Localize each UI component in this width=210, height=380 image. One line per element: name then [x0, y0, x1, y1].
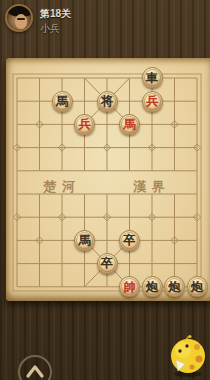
- header-bar: 第18关 小兵: [0, 0, 210, 44]
- app-screen: 第18关 小兵 楚河 漢界 車馬将兵兵馬馬卒卒帥炮炮炮: [0, 0, 210, 380]
- piece-black-chariot[interactable]: 車: [142, 67, 163, 88]
- piece-black-cannon[interactable]: 炮: [142, 276, 163, 297]
- piece-label: 卒: [101, 257, 113, 269]
- piece-black-horse[interactable]: 馬: [74, 230, 95, 251]
- board-intersections: 車馬将兵兵馬馬卒卒帥炮炮炮: [6, 66, 209, 298]
- piece-red-soldier[interactable]: 兵: [74, 114, 95, 135]
- chevron-up-icon: [20, 357, 50, 380]
- chick-mascot-icon[interactable]: [166, 334, 210, 378]
- piece-black-general[interactable]: 将: [97, 91, 118, 112]
- piece-label: 炮: [146, 281, 158, 293]
- collapse-panel-button[interactable]: [18, 355, 52, 380]
- piece-label: 帥: [124, 281, 136, 293]
- avatar-brow: [17, 18, 25, 20]
- piece-label: 馬: [56, 95, 68, 107]
- avatar-face: [15, 14, 27, 29]
- piece-black-soldier[interactable]: 卒: [119, 230, 140, 251]
- piece-label: 馬: [124, 118, 136, 130]
- piece-red-soldier[interactable]: 兵: [142, 91, 163, 112]
- piece-red-general[interactable]: 帥: [119, 276, 140, 297]
- stage-name-label: 小兵: [40, 22, 60, 36]
- piece-label: 兵: [146, 95, 158, 107]
- avatar[interactable]: [5, 4, 33, 32]
- piece-label: 炮: [191, 281, 203, 293]
- piece-label: 炮: [169, 281, 181, 293]
- piece-label: 兵: [79, 118, 91, 130]
- level-label: 第18关: [40, 7, 71, 21]
- piece-label: 将: [101, 95, 113, 107]
- piece-black-cannon[interactable]: 炮: [187, 276, 208, 297]
- piece-red-horse[interactable]: 馬: [119, 114, 140, 135]
- piece-label: 卒: [124, 234, 136, 246]
- piece-label: 馬: [79, 234, 91, 246]
- chick-mascot-graphic: [166, 334, 210, 378]
- piece-black-soldier[interactable]: 卒: [97, 253, 118, 274]
- piece-black-cannon[interactable]: 炮: [164, 276, 185, 297]
- piece-label: 車: [146, 72, 158, 84]
- piece-black-horse[interactable]: 馬: [52, 91, 73, 112]
